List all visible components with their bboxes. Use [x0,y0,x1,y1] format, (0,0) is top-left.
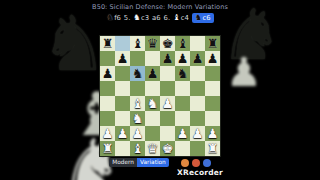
white-pawn-e4[interactable]: ♟ [160,96,175,111]
black-bishop-f8[interactable]: ♝ [175,36,190,51]
square-c4[interactable]: ♝ [130,96,145,111]
red-circle-icon[interactable] [192,159,200,167]
black-knight-icon: ♞ [195,14,202,22]
move-text: c4 [181,14,189,22]
black-knight-c6[interactable]: ♞ [130,66,145,81]
white-pawn-g2[interactable]: ♟ [190,126,205,141]
square-e1[interactable]: ♚ [160,141,175,156]
square-h8[interactable]: ♜ [205,36,220,51]
square-a2[interactable]: ♟ [100,126,115,141]
square-h3[interactable] [205,111,220,126]
square-h2[interactable]: ♟ [205,126,220,141]
white-knight-c3[interactable]: ♞ [130,111,145,126]
black-knight-f6[interactable]: ♞ [175,66,190,81]
square-g4[interactable] [190,96,205,111]
white-bishop-icon: ♝ [173,14,180,22]
move-strip: ♞f65.♞c3a66.♝c4♞c6 [0,13,320,23]
square-d8[interactable]: ♛ [145,36,160,51]
square-f4[interactable] [175,96,190,111]
white-pawn-a2[interactable]: ♟ [100,126,115,141]
move-token[interactable]: a6 [152,14,161,22]
xrecorder-watermark: XRecorder [177,168,223,177]
square-f1[interactable] [175,141,190,156]
chess-board[interactable]: ♜♝♛♚♝♜♟♟♟♟♟♟♞♟♞♝♞♟♞♟♟♟♟♟♟♜♝♛♚♜ [100,36,220,156]
square-g2[interactable]: ♟ [190,126,205,141]
black-pawn-f7[interactable]: ♟ [175,51,190,66]
black-pawn-g7[interactable]: ♟ [190,51,205,66]
move-text: c3 [141,14,149,22]
square-d4[interactable]: ♞ [145,96,160,111]
black-pawn-h7[interactable]: ♟ [205,51,220,66]
square-d3[interactable] [145,111,160,126]
square-f8[interactable]: ♝ [175,36,190,51]
square-e3[interactable] [160,111,175,126]
black-knight-icon: ♞ [106,14,113,22]
square-c2[interactable]: ♟ [130,126,145,141]
orange-circle-icon[interactable] [181,159,189,167]
black-pawn-e7[interactable]: ♟ [160,51,175,66]
white-bishop-c1[interactable]: ♝ [130,141,145,156]
square-c6[interactable]: ♞ [130,66,145,81]
square-h1[interactable]: ♜ [205,141,220,156]
variation-button-label2[interactable]: Variation [137,158,169,168]
black-pawn-a6[interactable]: ♟ [100,66,115,81]
screen: ♞♞♝♞♟ B50: Sicilian Defense: Modern Vari… [0,0,320,180]
square-e2[interactable] [160,126,175,141]
move-text: 6. [164,14,171,22]
move-text: a6 [152,14,161,22]
square-a6[interactable]: ♟ [100,66,115,81]
square-d6[interactable]: ♟ [145,66,160,81]
white-queen-d1[interactable]: ♛ [145,141,160,156]
square-c5[interactable] [130,81,145,96]
square-b6[interactable] [115,66,130,81]
white-rook-a1[interactable]: ♜ [100,141,115,156]
square-a4[interactable] [100,96,115,111]
move-token[interactable]: ♞c3 [133,14,149,22]
square-h6[interactable] [205,66,220,81]
square-b7[interactable]: ♟ [115,51,130,66]
black-rook-h8[interactable]: ♜ [205,36,220,51]
white-king-e1[interactable]: ♚ [160,141,175,156]
move-token[interactable]: 6. [164,14,171,22]
square-f6[interactable]: ♞ [175,66,190,81]
black-rook-a8[interactable]: ♜ [100,36,115,51]
white-rook-h1[interactable]: ♜ [205,141,220,156]
opening-title: B50: Sicilian Defense: Modern Variations [0,3,320,11]
square-a8[interactable]: ♜ [100,36,115,51]
square-h4[interactable] [205,96,220,111]
black-king-e8[interactable]: ♚ [160,36,175,51]
square-e4[interactable]: ♟ [160,96,175,111]
black-pawn-b7[interactable]: ♟ [115,51,130,66]
square-g6[interactable] [190,66,205,81]
square-g7[interactable]: ♟ [190,51,205,66]
square-b8[interactable] [115,36,130,51]
blue-circle-icon[interactable] [203,159,211,167]
square-c3[interactable]: ♞ [130,111,145,126]
square-h7[interactable]: ♟ [205,51,220,66]
square-b5[interactable] [115,81,130,96]
square-d7[interactable] [145,51,160,66]
square-c1[interactable]: ♝ [130,141,145,156]
square-g1[interactable] [190,141,205,156]
square-g5[interactable] [190,81,205,96]
black-bishop-c8[interactable]: ♝ [130,36,145,51]
move-text: c6 [202,14,210,22]
square-h5[interactable] [205,81,220,96]
white-knight-d4[interactable]: ♞ [145,96,160,111]
white-pawn-f2[interactable]: ♟ [175,126,190,141]
square-b4[interactable] [115,96,130,111]
current-move-badge[interactable]: ♞c6 [192,13,214,23]
white-pawn-b2[interactable]: ♟ [115,126,130,141]
square-d2[interactable] [145,126,160,141]
variation-button[interactable]: Modern Variation [109,158,168,168]
square-a5[interactable] [100,81,115,96]
move-token[interactable]: ♞f6 [106,14,120,22]
white-pawn-h2[interactable]: ♟ [205,126,220,141]
square-e8[interactable]: ♚ [160,36,175,51]
square-a3[interactable] [100,111,115,126]
square-g8[interactable] [190,36,205,51]
black-queen-d8[interactable]: ♛ [145,36,160,51]
square-f2[interactable]: ♟ [175,126,190,141]
move-token[interactable]: 5. [124,14,131,22]
square-e6[interactable] [160,66,175,81]
move-text: f6 [114,14,121,22]
variation-button-label[interactable]: Modern [109,158,137,168]
square-b3[interactable] [115,111,130,126]
move-text: 5. [124,14,131,22]
background-white-pawn-right: ♟ [226,52,262,92]
square-d5[interactable] [145,81,160,96]
black-pawn-d6[interactable]: ♟ [145,66,160,81]
move-token[interactable]: ♝c4 [173,14,189,22]
square-c7[interactable] [130,51,145,66]
square-a1[interactable]: ♜ [100,141,115,156]
square-d1[interactable]: ♛ [145,141,160,156]
square-e5[interactable] [160,81,175,96]
square-a7[interactable] [100,51,115,66]
square-f3[interactable] [175,111,190,126]
square-g3[interactable] [190,111,205,126]
square-f5[interactable] [175,81,190,96]
bottom-bar-icons [181,159,211,167]
square-b2[interactable]: ♟ [115,126,130,141]
white-bishop-c4[interactable]: ♝ [130,96,145,111]
white-knight-icon: ♞ [133,14,140,22]
square-b1[interactable] [115,141,130,156]
square-c8[interactable]: ♝ [130,36,145,51]
white-pawn-c2[interactable]: ♟ [130,126,145,141]
square-e7[interactable]: ♟ [160,51,175,66]
square-f7[interactable]: ♟ [175,51,190,66]
